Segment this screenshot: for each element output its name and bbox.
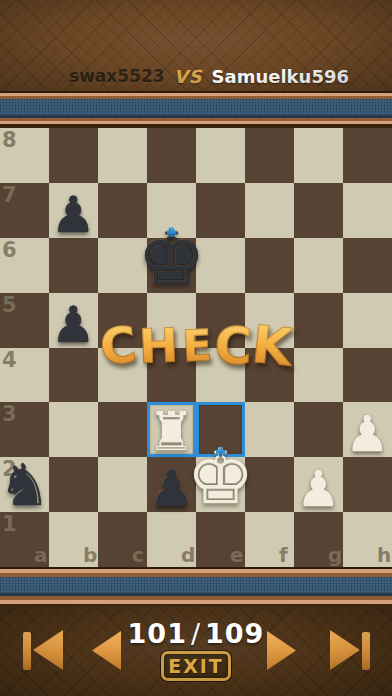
board-square-g3[interactable] (294, 402, 343, 457)
board-square-a5[interactable] (0, 293, 49, 348)
board-square-d5[interactable] (147, 293, 196, 348)
board-square-a1[interactable] (0, 512, 49, 567)
board-square-c8[interactable] (98, 128, 147, 183)
board-square-d1[interactable] (147, 512, 196, 567)
chess-board[interactable]: 87654321abcdefgh♟♚♟♜♟♞♟♚♟ (0, 128, 392, 567)
board-square-d4[interactable] (147, 348, 196, 403)
board-square-g4[interactable] (294, 348, 343, 403)
board-square-c2[interactable] (98, 457, 147, 512)
board-square-g6[interactable] (294, 238, 343, 293)
board-square-h6[interactable] (343, 238, 392, 293)
board-square-h2[interactable] (343, 457, 392, 512)
board-square-c4[interactable] (98, 348, 147, 403)
board-square-b6[interactable] (49, 238, 98, 293)
highlight-square-e3 (196, 402, 245, 457)
board-square-d2[interactable] (147, 457, 196, 512)
divider-blue-band (0, 99, 392, 115)
board-square-h8[interactable] (343, 128, 392, 183)
board-square-f5[interactable] (245, 293, 294, 348)
board-square-a3[interactable] (0, 402, 49, 457)
exit-button-label: EXIT (168, 657, 224, 676)
replay-nav-bar: 101/109 EXIT (0, 606, 392, 696)
chess-app-screen: swax5523 VS Samuelku596 87654321abcdefgh… (0, 0, 392, 696)
board-square-b8[interactable] (49, 128, 98, 183)
board-square-b1[interactable] (49, 512, 98, 567)
board-square-b5[interactable] (49, 293, 98, 348)
board-square-a4[interactable] (0, 348, 49, 403)
board-square-g8[interactable] (294, 128, 343, 183)
exit-button[interactable]: EXIT (161, 651, 231, 681)
board-square-a2[interactable] (0, 457, 49, 512)
board-square-g2[interactable] (294, 457, 343, 512)
board-square-e4[interactable] (196, 348, 245, 403)
board-square-d7[interactable] (147, 183, 196, 238)
player-name-left: swax5523 (69, 66, 165, 86)
board-square-f2[interactable] (245, 457, 294, 512)
board-square-h4[interactable] (343, 348, 392, 403)
board-square-e2[interactable] (196, 457, 245, 512)
board-square-g1[interactable] (294, 512, 343, 567)
move-counter-current: 101 (128, 618, 187, 649)
board-square-e5[interactable] (196, 293, 245, 348)
board-square-h3[interactable] (343, 402, 392, 457)
divider-blue-band (0, 577, 392, 593)
board-square-d8[interactable] (147, 128, 196, 183)
board-square-f6[interactable] (245, 238, 294, 293)
board-square-c1[interactable] (98, 512, 147, 567)
board-square-c7[interactable] (98, 183, 147, 238)
board-square-h5[interactable] (343, 293, 392, 348)
board-square-e1[interactable] (196, 512, 245, 567)
move-counter-total: 109 (205, 618, 264, 649)
board-square-c6[interactable] (98, 238, 147, 293)
board-square-c3[interactable] (98, 402, 147, 457)
board-square-e6[interactable] (196, 238, 245, 293)
board-square-b7[interactable] (49, 183, 98, 238)
player-name-right: Samuelku596 (212, 66, 349, 87)
board-square-e7[interactable] (196, 183, 245, 238)
board-square-h1[interactable] (343, 512, 392, 567)
board-square-f1[interactable] (245, 512, 294, 567)
board-square-c5[interactable] (98, 293, 147, 348)
board-square-f3[interactable] (245, 402, 294, 457)
board-square-a8[interactable] (0, 128, 49, 183)
board-square-f8[interactable] (245, 128, 294, 183)
board-square-f4[interactable] (245, 348, 294, 403)
board-square-a6[interactable] (0, 238, 49, 293)
vs-label: VS (174, 66, 203, 87)
board-square-e8[interactable] (196, 128, 245, 183)
board-square-f7[interactable] (245, 183, 294, 238)
top-divider (0, 91, 392, 128)
board-square-b4[interactable] (49, 348, 98, 403)
board-square-d6[interactable] (147, 238, 196, 293)
board-square-g5[interactable] (294, 293, 343, 348)
board-square-b2[interactable] (49, 457, 98, 512)
board-square-a7[interactable] (0, 183, 49, 238)
move-counter-separator: / (191, 618, 201, 649)
board-square-h7[interactable] (343, 183, 392, 238)
players-row: swax5523 VS Samuelku596 (0, 64, 392, 88)
highlight-square-d3 (147, 402, 196, 457)
skip-to-end-bar-icon[interactable] (362, 632, 370, 670)
board-square-b3[interactable] (49, 402, 98, 457)
bottom-divider (0, 567, 392, 606)
board-square-g7[interactable] (294, 183, 343, 238)
top-panel: swax5523 VS Samuelku596 (0, 0, 392, 91)
